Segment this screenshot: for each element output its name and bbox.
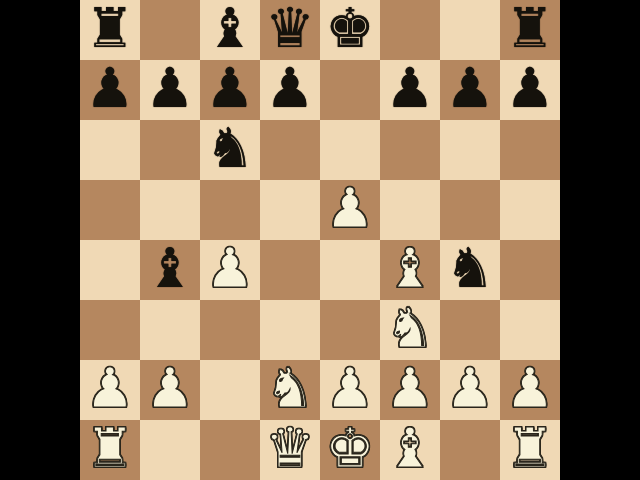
square-e6[interactable] [320,120,380,180]
black-knight-piece[interactable]: ♞ [445,240,494,298]
square-g6[interactable] [440,120,500,180]
square-a4[interactable] [80,240,140,300]
square-b4[interactable]: ♝ [140,240,200,300]
square-h6[interactable] [500,120,560,180]
white-knight-piece[interactable]: ♞ [265,360,314,418]
square-c8[interactable]: ♝ [200,0,260,60]
square-a8[interactable]: ♜ [80,0,140,60]
white-pawn-piece[interactable]: ♟ [325,360,374,418]
square-c7[interactable]: ♟ [200,60,260,120]
square-b3[interactable] [140,300,200,360]
white-pawn-piece[interactable]: ♟ [205,240,254,298]
app-window: ♜♝♛♚♜♟♟♟♟♟♟♟♞♟♝♟♝♞♞♟♟♞♟♟♟♟♜♛♚♝♜ [0,0,640,480]
black-rook-piece[interactable]: ♜ [85,0,134,58]
square-c2[interactable] [200,360,260,420]
black-knight-piece[interactable]: ♞ [205,120,254,178]
square-e2[interactable]: ♟ [320,360,380,420]
square-f2[interactable]: ♟ [380,360,440,420]
square-g4[interactable]: ♞ [440,240,500,300]
square-c5[interactable] [200,180,260,240]
white-knight-piece[interactable]: ♞ [385,300,434,358]
square-a1[interactable]: ♜ [80,420,140,480]
white-pawn-piece[interactable]: ♟ [145,360,194,418]
square-g1[interactable] [440,420,500,480]
chess-board: ♜♝♛♚♜♟♟♟♟♟♟♟♞♟♝♟♝♞♞♟♟♞♟♟♟♟♜♛♚♝♜ [80,0,560,480]
square-f6[interactable] [380,120,440,180]
square-h7[interactable]: ♟ [500,60,560,120]
square-a5[interactable] [80,180,140,240]
square-e1[interactable]: ♚ [320,420,380,480]
square-d7[interactable]: ♟ [260,60,320,120]
square-d4[interactable] [260,240,320,300]
black-rook-piece[interactable]: ♜ [505,0,554,58]
white-pawn-piece[interactable]: ♟ [385,360,434,418]
square-h4[interactable] [500,240,560,300]
square-a3[interactable] [80,300,140,360]
square-c4[interactable]: ♟ [200,240,260,300]
square-f5[interactable] [380,180,440,240]
square-f8[interactable] [380,0,440,60]
black-pawn-piece[interactable]: ♟ [505,60,554,118]
black-bishop-piece[interactable]: ♝ [205,0,254,58]
white-rook-piece[interactable]: ♜ [85,420,134,478]
white-king-piece[interactable]: ♚ [325,420,374,478]
square-c3[interactable] [200,300,260,360]
square-e3[interactable] [320,300,380,360]
square-b7[interactable]: ♟ [140,60,200,120]
black-pawn-piece[interactable]: ♟ [85,60,134,118]
square-f7[interactable]: ♟ [380,60,440,120]
square-a2[interactable]: ♟ [80,360,140,420]
square-h2[interactable]: ♟ [500,360,560,420]
square-c6[interactable]: ♞ [200,120,260,180]
square-g8[interactable] [440,0,500,60]
square-b1[interactable] [140,420,200,480]
square-b8[interactable] [140,0,200,60]
white-bishop-piece[interactable]: ♝ [385,240,434,298]
white-rook-piece[interactable]: ♜ [505,420,554,478]
white-bishop-piece[interactable]: ♝ [385,420,434,478]
square-a6[interactable] [80,120,140,180]
square-f1[interactable]: ♝ [380,420,440,480]
square-f3[interactable]: ♞ [380,300,440,360]
square-d5[interactable] [260,180,320,240]
square-g3[interactable] [440,300,500,360]
black-queen-piece[interactable]: ♛ [265,0,314,58]
square-b2[interactable]: ♟ [140,360,200,420]
square-b5[interactable] [140,180,200,240]
square-g5[interactable] [440,180,500,240]
letterbox-right [560,0,640,480]
square-e7[interactable] [320,60,380,120]
letterbox-left [0,0,80,480]
square-f4[interactable]: ♝ [380,240,440,300]
square-e8[interactable]: ♚ [320,0,380,60]
black-king-piece[interactable]: ♚ [325,0,374,58]
black-pawn-piece[interactable]: ♟ [145,60,194,118]
black-pawn-piece[interactable]: ♟ [385,60,434,118]
black-pawn-piece[interactable]: ♟ [205,60,254,118]
square-g7[interactable]: ♟ [440,60,500,120]
square-h1[interactable]: ♜ [500,420,560,480]
square-e4[interactable] [320,240,380,300]
square-d8[interactable]: ♛ [260,0,320,60]
square-d6[interactable] [260,120,320,180]
square-h3[interactable] [500,300,560,360]
square-h5[interactable] [500,180,560,240]
square-h8[interactable]: ♜ [500,0,560,60]
square-a7[interactable]: ♟ [80,60,140,120]
white-pawn-piece[interactable]: ♟ [325,180,374,238]
square-c1[interactable] [200,420,260,480]
black-bishop-piece[interactable]: ♝ [145,240,194,298]
square-e5[interactable]: ♟ [320,180,380,240]
white-pawn-piece[interactable]: ♟ [85,360,134,418]
black-pawn-piece[interactable]: ♟ [445,60,494,118]
white-pawn-piece[interactable]: ♟ [445,360,494,418]
white-queen-piece[interactable]: ♛ [265,420,314,478]
square-b6[interactable] [140,120,200,180]
white-pawn-piece[interactable]: ♟ [505,360,554,418]
square-d3[interactable] [260,300,320,360]
black-pawn-piece[interactable]: ♟ [265,60,314,118]
square-d2[interactable]: ♞ [260,360,320,420]
square-g2[interactable]: ♟ [440,360,500,420]
square-d1[interactable]: ♛ [260,420,320,480]
